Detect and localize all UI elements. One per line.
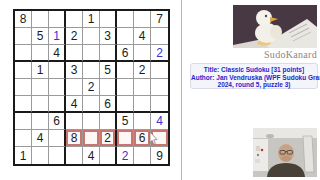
mouse-cursor-icon — [149, 132, 158, 145]
cell-r2c7[interactable] — [117, 28, 134, 45]
stream-frame: 81751234462135224665448261429 SudoKanard… — [0, 0, 320, 180]
cell-r2c3[interactable]: 1 — [49, 28, 66, 45]
cell-r7c2[interactable] — [32, 113, 49, 130]
cell-r8c6[interactable]: 2 — [100, 130, 117, 147]
cell-r7c1[interactable] — [15, 113, 32, 130]
cell-r9c7[interactable]: 2 — [117, 147, 134, 164]
cell-r7c3[interactable]: 6 — [49, 113, 66, 130]
cell-r9c5[interactable]: 4 — [83, 147, 100, 164]
cell-r6c8[interactable] — [134, 96, 151, 113]
cell-r5c9[interactable] — [151, 79, 168, 96]
cell-r9c9[interactable]: 9 — [151, 147, 168, 164]
cell-r1c2[interactable] — [32, 11, 49, 28]
cell-r9c1[interactable]: 1 — [15, 147, 32, 164]
cell-r2c6[interactable]: 3 — [100, 28, 117, 45]
cell-r5c5[interactable]: 2 — [83, 79, 100, 96]
cell-r6c3[interactable] — [49, 96, 66, 113]
cell-r4c8[interactable]: 2 — [134, 62, 151, 79]
cell-r7c5[interactable] — [83, 113, 100, 130]
cell-r3c2[interactable] — [32, 45, 49, 62]
cell-r5c3[interactable] — [49, 79, 66, 96]
cell-r4c9[interactable] — [151, 62, 168, 79]
cell-r4c2[interactable]: 1 — [32, 62, 49, 79]
cell-r9c8[interactable] — [134, 147, 151, 164]
cell-r3c3[interactable]: 4 — [49, 45, 66, 62]
cell-r7c8[interactable] — [134, 113, 151, 130]
cell-r8c4[interactable]: 8 — [66, 130, 83, 147]
cell-r3c9[interactable]: 2 — [151, 45, 168, 62]
cell-r2c4[interactable]: 2 — [66, 28, 83, 45]
cell-r9c4[interactable] — [66, 147, 83, 164]
puzzle-info-box: Title: Classic Sudoku [31 points] Author… — [190, 63, 318, 89]
cell-r4c6[interactable]: 5 — [100, 62, 117, 79]
duck-mascot-photo — [233, 5, 317, 48]
info-line-event: 2024, round 5, puzzle 3) — [191, 81, 317, 89]
cell-r4c1[interactable] — [15, 62, 32, 79]
cell-r5c2[interactable] — [32, 79, 49, 96]
cell-r1c4[interactable] — [66, 11, 83, 28]
panel-divider — [181, 0, 182, 180]
cell-r3c7[interactable]: 6 — [117, 45, 134, 62]
cell-r7c7[interactable]: 5 — [117, 113, 134, 130]
cell-r5c1[interactable] — [15, 79, 32, 96]
cell-r2c1[interactable] — [15, 28, 32, 45]
cell-r5c4[interactable] — [66, 79, 83, 96]
webcam-view — [253, 128, 317, 177]
cell-r1c7[interactable] — [117, 11, 134, 28]
cell-r9c2[interactable] — [32, 147, 49, 164]
cell-r1c8[interactable] — [134, 11, 151, 28]
cell-r5c8[interactable] — [134, 79, 151, 96]
cell-r2c5[interactable] — [83, 28, 100, 45]
sudoku-board: 81751234462135224665448261429 — [13, 9, 170, 166]
cell-r2c2[interactable]: 5 — [32, 28, 49, 45]
cell-r6c1[interactable] — [15, 96, 32, 113]
cell-r3c6[interactable] — [100, 45, 117, 62]
cell-r7c9[interactable]: 4 — [151, 113, 168, 130]
cell-r6c9[interactable] — [151, 96, 168, 113]
cell-r7c6[interactable] — [100, 113, 117, 130]
cell-r1c1[interactable]: 8 — [15, 11, 32, 28]
cell-r4c4[interactable]: 3 — [66, 62, 83, 79]
cell-r4c5[interactable] — [83, 62, 100, 79]
cell-r8c7[interactable] — [117, 130, 134, 147]
cell-r7c4[interactable] — [66, 113, 83, 130]
cell-r8c3[interactable] — [49, 130, 66, 147]
cell-r6c5[interactable] — [83, 96, 100, 113]
cell-r9c6[interactable] — [100, 147, 117, 164]
cell-r6c2[interactable] — [32, 96, 49, 113]
cell-r2c9[interactable] — [151, 28, 168, 45]
cell-r3c8[interactable] — [134, 45, 151, 62]
cell-r4c3[interactable] — [49, 62, 66, 79]
cell-r9c3[interactable] — [49, 147, 66, 164]
cell-r8c2[interactable]: 4 — [32, 130, 49, 147]
cell-r4c7[interactable] — [117, 62, 134, 79]
cell-r8c1[interactable] — [15, 130, 32, 147]
cell-r1c9[interactable]: 7 — [151, 11, 168, 28]
cell-r2c8[interactable]: 4 — [134, 28, 151, 45]
info-line-author: Author: Jan Vendruska (WPF Sudoku Grand … — [191, 74, 317, 82]
cell-r5c7[interactable] — [117, 79, 134, 96]
cell-r6c7[interactable] — [117, 96, 134, 113]
cell-r3c4[interactable] — [66, 45, 83, 62]
cell-r3c1[interactable] — [15, 45, 32, 62]
cell-r5c6[interactable] — [100, 79, 117, 96]
cell-r6c4[interactable]: 4 — [66, 96, 83, 113]
info-line-title: Title: Classic Sudoku [31 points] — [191, 66, 317, 74]
cell-r1c6[interactable] — [100, 11, 117, 28]
cell-r1c3[interactable] — [49, 11, 66, 28]
cell-r8c5[interactable] — [83, 130, 100, 147]
channel-name: SudoKanard — [233, 49, 317, 60]
cell-r3c5[interactable] — [83, 45, 100, 62]
cell-r6c6[interactable]: 6 — [100, 96, 117, 113]
cell-r1c5[interactable]: 1 — [83, 11, 100, 28]
